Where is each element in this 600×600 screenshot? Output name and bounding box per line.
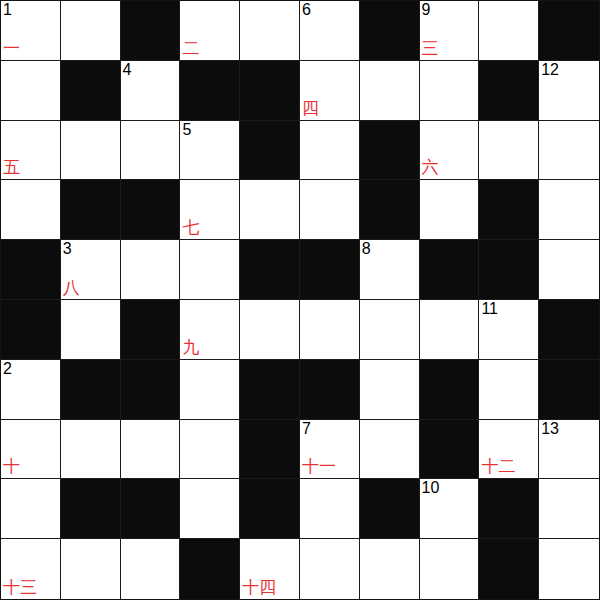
entry-cell-r9c4[interactable]: 十四	[240, 539, 300, 599]
entry-cell-r4c6[interactable]: 8	[360, 240, 420, 300]
entry-cell-r7c1[interactable]	[61, 420, 121, 480]
blocked-cell-r2c6	[360, 121, 420, 181]
entry-cell-r8c3[interactable]	[180, 479, 240, 539]
blocked-cell-r1c4	[240, 61, 300, 121]
across-clue-number-一: 一	[3, 40, 20, 57]
entry-cell-r7c9[interactable]: 13	[539, 420, 599, 480]
across-clue-number-七: 七	[182, 219, 199, 236]
blocked-cell-r3c8	[479, 180, 539, 240]
entry-cell-r0c7[interactable]: 9三	[420, 1, 480, 61]
blocked-cell-r8c6	[360, 479, 420, 539]
entry-cell-r2c5[interactable]	[300, 121, 360, 181]
blocked-cell-r8c4	[240, 479, 300, 539]
blocked-cell-r6c4	[240, 360, 300, 420]
entry-cell-r1c6[interactable]	[360, 61, 420, 121]
blocked-cell-r9c3	[180, 539, 240, 599]
entry-cell-r7c2[interactable]	[121, 420, 181, 480]
entry-cell-r0c3[interactable]: 二	[180, 1, 240, 61]
down-clue-number-13: 13	[541, 421, 559, 437]
across-clue-number-六: 六	[422, 159, 439, 176]
blocked-cell-r5c0	[1, 300, 61, 360]
entry-cell-r5c5[interactable]	[300, 300, 360, 360]
entry-cell-r2c3[interactable]: 5	[180, 121, 240, 181]
entry-cell-r1c7[interactable]	[420, 61, 480, 121]
blocked-cell-r4c7	[420, 240, 480, 300]
entry-cell-r3c0[interactable]	[1, 180, 61, 240]
entry-cell-r7c8[interactable]: 十二	[479, 420, 539, 480]
entry-cell-r3c9[interactable]	[539, 180, 599, 240]
blocked-cell-r4c5	[300, 240, 360, 300]
blocked-cell-r3c6	[360, 180, 420, 240]
entry-cell-r4c3[interactable]	[180, 240, 240, 300]
blocked-cell-r0c9	[539, 1, 599, 61]
crossword-board: 1一二69三4四12五5六七3八8九112十7十一十二1310十三十四	[0, 0, 600, 600]
entry-cell-r8c9[interactable]	[539, 479, 599, 539]
blocked-cell-r6c1	[61, 360, 121, 420]
entry-cell-r7c5[interactable]: 7十一	[300, 420, 360, 480]
entry-cell-r9c9[interactable]	[539, 539, 599, 599]
entry-cell-r6c8[interactable]	[479, 360, 539, 420]
blocked-cell-r9c8	[479, 539, 539, 599]
entry-cell-r2c1[interactable]	[61, 121, 121, 181]
entry-cell-r1c0[interactable]	[1, 61, 61, 121]
down-clue-number-9: 9	[422, 2, 431, 18]
across-clue-number-九: 九	[182, 339, 199, 356]
across-clue-number-十三: 十三	[3, 579, 37, 596]
entry-cell-r2c9[interactable]	[539, 121, 599, 181]
blocked-cell-r0c2	[121, 1, 181, 61]
across-clue-number-十一: 十一	[302, 458, 336, 475]
blocked-cell-r4c0	[1, 240, 61, 300]
blocked-cell-r8c8	[479, 479, 539, 539]
entry-cell-r0c0[interactable]: 1一	[1, 1, 61, 61]
blocked-cell-r7c4	[240, 420, 300, 480]
entry-cell-r7c6[interactable]	[360, 420, 420, 480]
across-clue-number-五: 五	[3, 159, 20, 176]
down-clue-number-1: 1	[3, 2, 12, 18]
entry-cell-r5c6[interactable]	[360, 300, 420, 360]
down-clue-number-2: 2	[3, 361, 12, 377]
blocked-cell-r3c1	[61, 180, 121, 240]
entry-cell-r4c1[interactable]: 3八	[61, 240, 121, 300]
entry-cell-r8c0[interactable]	[1, 479, 61, 539]
entry-cell-r4c9[interactable]	[539, 240, 599, 300]
entry-cell-r3c5[interactable]	[300, 180, 360, 240]
entry-cell-r2c8[interactable]	[479, 121, 539, 181]
across-clue-number-十: 十	[3, 458, 20, 475]
across-clue-number-十二: 十二	[481, 458, 515, 475]
entry-cell-r2c0[interactable]: 五	[1, 121, 61, 181]
blocked-cell-r3c2	[121, 180, 181, 240]
entry-cell-r1c5[interactable]: 四	[300, 61, 360, 121]
entry-cell-r2c7[interactable]: 六	[420, 121, 480, 181]
down-clue-number-5: 5	[182, 122, 191, 138]
down-clue-number-8: 8	[362, 241, 371, 257]
blocked-cell-r5c9	[539, 300, 599, 360]
entry-cell-r3c7[interactable]	[420, 180, 480, 240]
entry-cell-r6c3[interactable]	[180, 360, 240, 420]
entry-cell-r3c3[interactable]: 七	[180, 180, 240, 240]
blocked-cell-r0c6	[360, 1, 420, 61]
entry-cell-r9c2[interactable]	[121, 539, 181, 599]
across-clue-number-四: 四	[302, 100, 319, 117]
entry-cell-r5c4[interactable]	[240, 300, 300, 360]
across-clue-number-十四: 十四	[242, 579, 276, 596]
across-clue-number-三: 三	[422, 40, 439, 57]
down-clue-number-6: 6	[302, 2, 311, 18]
entry-cell-r9c5[interactable]	[300, 539, 360, 599]
down-clue-number-11: 11	[481, 301, 498, 317]
entry-cell-r6c0[interactable]: 2	[1, 360, 61, 420]
blocked-cell-r5c2	[121, 300, 181, 360]
down-clue-number-4: 4	[123, 62, 132, 78]
down-clue-number-3: 3	[63, 241, 72, 257]
blocked-cell-r8c1	[61, 479, 121, 539]
entry-cell-r0c5[interactable]: 6	[300, 1, 360, 61]
entry-cell-r0c8[interactable]	[479, 1, 539, 61]
entry-cell-r0c1[interactable]	[61, 1, 121, 61]
across-clue-number-二: 二	[182, 40, 199, 57]
down-clue-number-12: 12	[541, 62, 559, 78]
entry-cell-r9c1[interactable]	[61, 539, 121, 599]
entry-cell-r1c9[interactable]: 12	[539, 61, 599, 121]
blocked-cell-r7c7	[420, 420, 480, 480]
entry-cell-r4c2[interactable]	[121, 240, 181, 300]
entry-cell-r5c8[interactable]: 11	[479, 300, 539, 360]
down-clue-number-7: 7	[302, 421, 311, 437]
entry-cell-r2c2[interactable]	[121, 121, 181, 181]
blocked-cell-r6c5	[300, 360, 360, 420]
entry-cell-r8c7[interactable]: 10	[420, 479, 480, 539]
blocked-cell-r4c8	[479, 240, 539, 300]
blocked-cell-r8c2	[121, 479, 181, 539]
entry-cell-r1c2[interactable]: 4	[121, 61, 181, 121]
entry-cell-r3c4[interactable]	[240, 180, 300, 240]
entry-cell-r7c0[interactable]: 十	[1, 420, 61, 480]
entry-cell-r9c0[interactable]: 十三	[1, 539, 61, 599]
entry-cell-r5c1[interactable]	[61, 300, 121, 360]
blocked-cell-r2c4	[240, 121, 300, 181]
entry-cell-r6c6[interactable]	[360, 360, 420, 420]
blocked-cell-r1c8	[479, 61, 539, 121]
entry-cell-r9c7[interactable]	[420, 539, 480, 599]
blocked-cell-r6c2	[121, 360, 181, 420]
blocked-cell-r4c4	[240, 240, 300, 300]
blocked-cell-r6c9	[539, 360, 599, 420]
entry-cell-r7c3[interactable]	[180, 420, 240, 480]
entry-cell-r5c3[interactable]: 九	[180, 300, 240, 360]
down-clue-number-10: 10	[422, 480, 440, 496]
entry-cell-r0c4[interactable]	[240, 1, 300, 61]
entry-cell-r8c5[interactable]	[300, 479, 360, 539]
blocked-cell-r6c7	[420, 360, 480, 420]
entry-cell-r5c7[interactable]	[420, 300, 480, 360]
blocked-cell-r1c3	[180, 61, 240, 121]
across-clue-number-八: 八	[63, 279, 80, 296]
entry-cell-r9c6[interactable]	[360, 539, 420, 599]
blocked-cell-r1c1	[61, 61, 121, 121]
